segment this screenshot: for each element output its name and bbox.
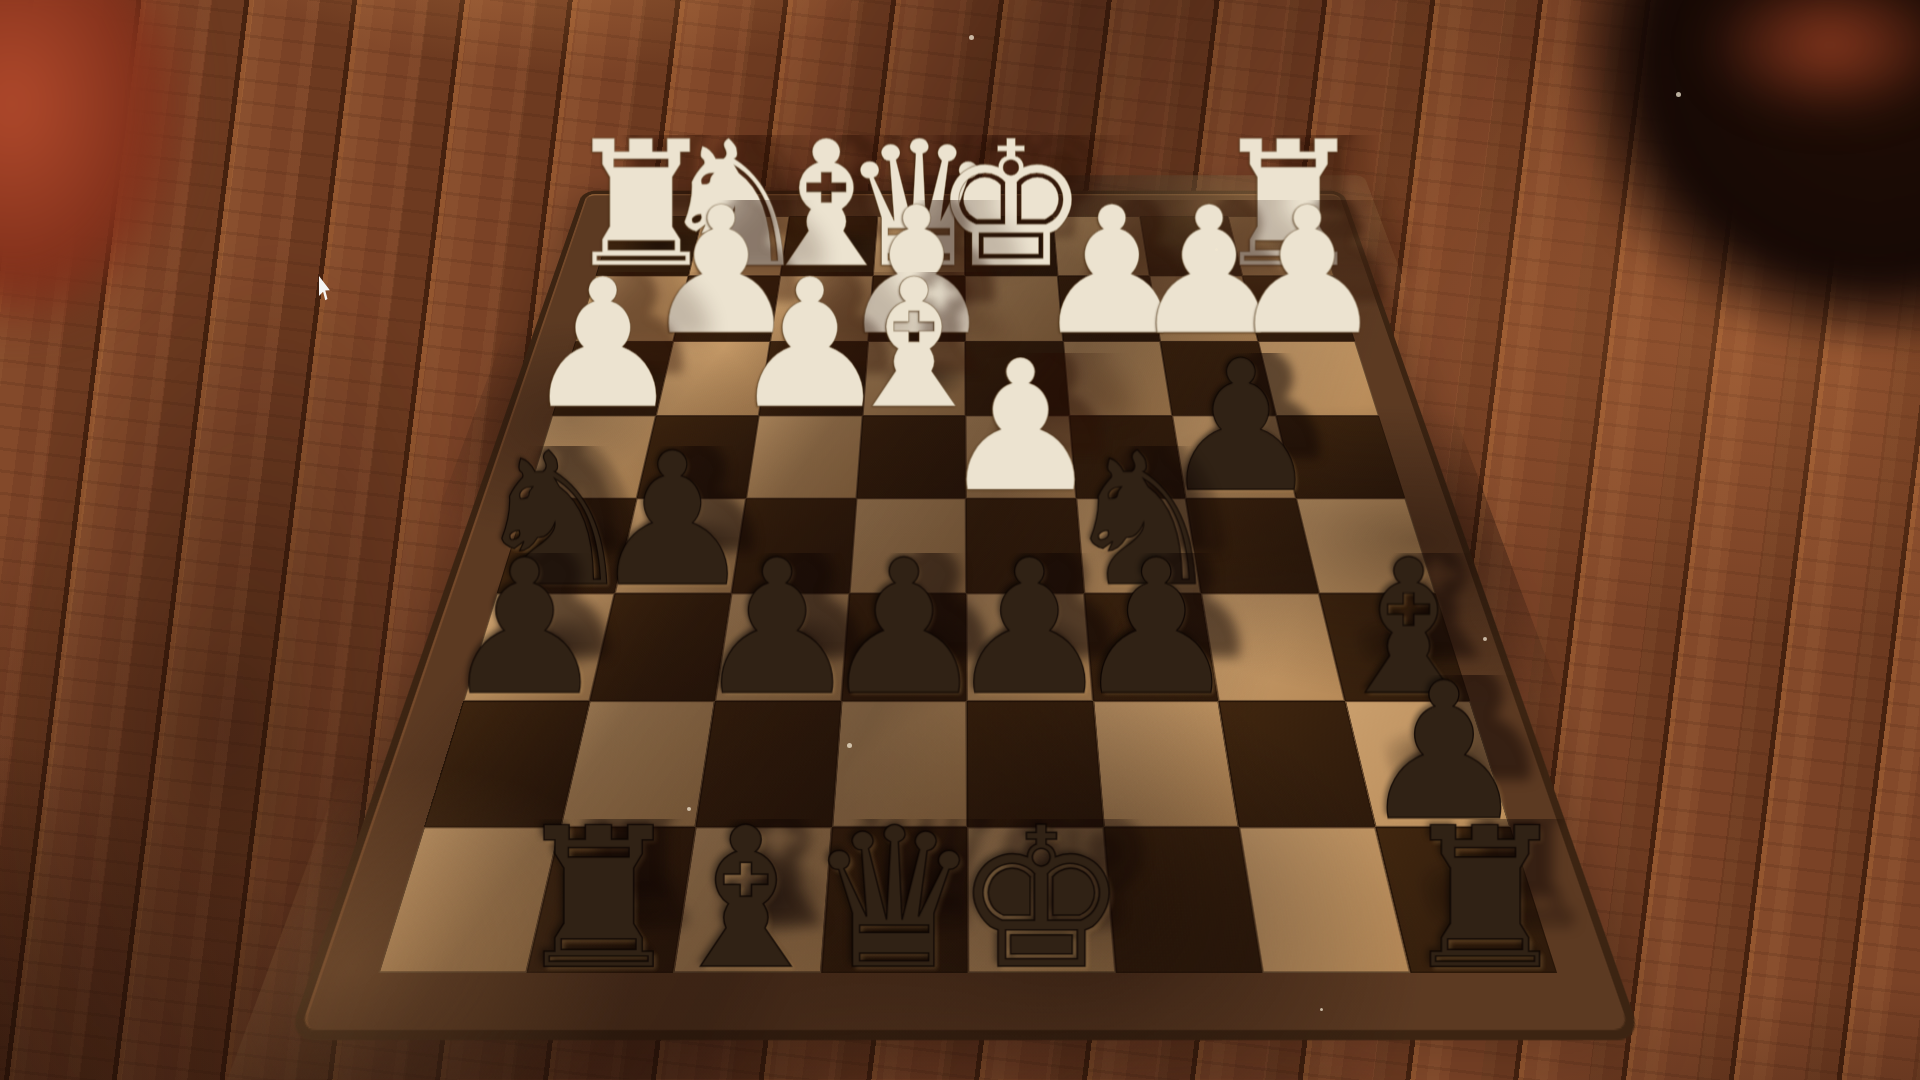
board-grid: ♜♞♝♛♚♜♟♟♟♟♟♟♟♝♟♟♞♟♞♟♟♟♟♟♝♟♜♝♛♚♜ (378, 216, 1557, 973)
square-e4[interactable]: ♟ (965, 415, 1075, 498)
square-a6[interactable]: ♟ (463, 593, 614, 701)
piece-black-pawn-f6[interactable]: ♟ (1073, 552, 1240, 704)
piece-black-rook-h8[interactable]: ♜ (1398, 818, 1572, 977)
board-frame: ♜♞♝♛♚♜♟♟♟♟♟♟♟♝♟♟♞♟♞♟♟♟♟♟♝♟♜♝♛♚♜ (300, 194, 1630, 1030)
chess-board: ♜♞♝♛♚♜♟♟♟♟♟♟♟♝♟♟♞♟♞♟♟♟♟♟♝♟♜♝♛♚♜ (300, 194, 1630, 1030)
piece-black-pawn-a6[interactable]: ♟ (442, 552, 609, 704)
square-e8[interactable]: ♚ (967, 826, 1115, 973)
square-f6[interactable]: ♟ (1084, 593, 1219, 701)
square-d8[interactable]: ♛ (820, 826, 967, 973)
scene: ♜♞♝♛♚♜♟♟♟♟♟♟♟♝♟♟♞♟♞♟♟♟♟♟♝♟♜♝♛♚♜ (0, 0, 1920, 1080)
square-c4[interactable] (746, 415, 862, 498)
piece-white-pawn-a3[interactable]: ♟ (523, 271, 683, 417)
square-a3[interactable]: ♟ (552, 341, 672, 415)
square-h8[interactable]: ♜ (1375, 826, 1558, 973)
piece-black-king-e8[interactable]: ♚ (955, 818, 1129, 977)
board-perspective-scene: ♜♞♝♛♚♜♟♟♟♟♟♟♟♝♟♟♞♟♞♟♟♟♟♟♝♟♜♝♛♚♜ (0, 0, 1920, 1080)
